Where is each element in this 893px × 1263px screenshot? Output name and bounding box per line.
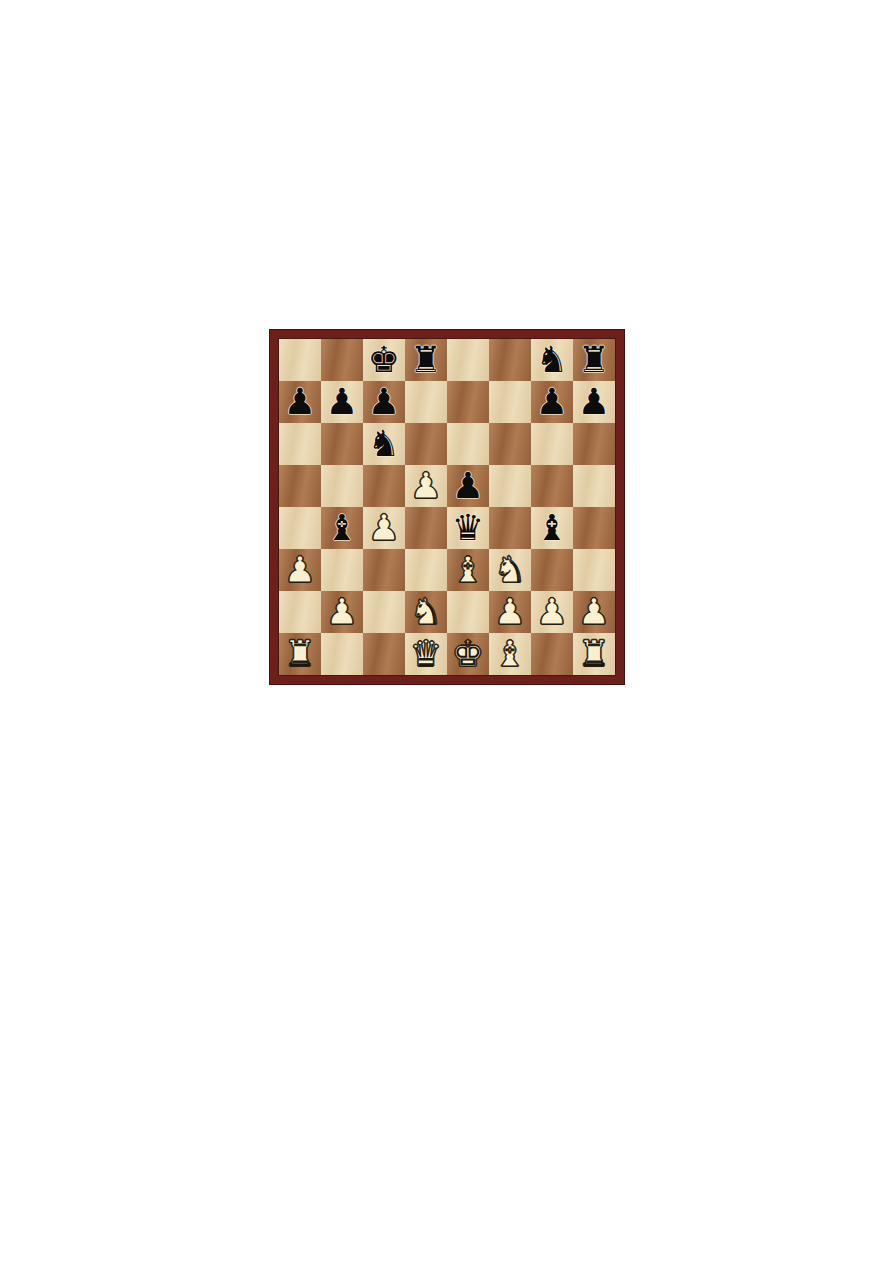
square-e4[interactable]: ♛ — [447, 507, 489, 549]
square-c2[interactable] — [363, 591, 405, 633]
square-d6[interactable] — [405, 423, 447, 465]
square-g7[interactable]: ♟ — [531, 381, 573, 423]
square-h3[interactable] — [573, 549, 615, 591]
square-f2[interactable]: ♟ — [489, 591, 531, 633]
white-pawn-piece: ♟ — [410, 465, 442, 507]
square-b8[interactable] — [321, 339, 363, 381]
square-f7[interactable] — [489, 381, 531, 423]
square-f3[interactable]: ♞ — [489, 549, 531, 591]
square-a4[interactable] — [279, 507, 321, 549]
square-a6[interactable] — [279, 423, 321, 465]
square-g4[interactable]: ♝ — [531, 507, 573, 549]
square-e6[interactable] — [447, 423, 489, 465]
white-knight-piece: ♞ — [410, 591, 442, 633]
square-b5[interactable] — [321, 465, 363, 507]
square-c5[interactable] — [363, 465, 405, 507]
square-c6[interactable]: ♞ — [363, 423, 405, 465]
square-g1[interactable] — [531, 633, 573, 675]
square-e3[interactable]: ♝ — [447, 549, 489, 591]
black-queen-piece: ♛ — [452, 507, 484, 549]
square-e8[interactable] — [447, 339, 489, 381]
black-bishop-piece: ♝ — [536, 507, 568, 549]
white-pawn-piece: ♟ — [284, 549, 316, 591]
white-bishop-piece: ♝ — [494, 633, 526, 675]
square-c7[interactable]: ♟ — [363, 381, 405, 423]
square-a1[interactable]: ♜ — [279, 633, 321, 675]
square-f8[interactable] — [489, 339, 531, 381]
black-pawn-piece: ♟ — [284, 381, 316, 423]
square-d1[interactable]: ♛ — [405, 633, 447, 675]
square-b6[interactable] — [321, 423, 363, 465]
white-pawn-piece: ♟ — [494, 591, 526, 633]
square-b4[interactable]: ♝ — [321, 507, 363, 549]
square-c8[interactable]: ♚ — [363, 339, 405, 381]
black-bishop-piece: ♝ — [326, 507, 358, 549]
white-pawn-piece: ♟ — [578, 591, 610, 633]
square-d7[interactable] — [405, 381, 447, 423]
square-b2[interactable]: ♟ — [321, 591, 363, 633]
white-pawn-piece: ♟ — [536, 591, 568, 633]
white-rook-piece: ♜ — [284, 633, 316, 675]
square-d4[interactable] — [405, 507, 447, 549]
black-knight-piece: ♞ — [368, 423, 400, 465]
square-g2[interactable]: ♟ — [531, 591, 573, 633]
square-d2[interactable]: ♞ — [405, 591, 447, 633]
square-h7[interactable]: ♟ — [573, 381, 615, 423]
square-c4[interactable]: ♟ — [363, 507, 405, 549]
square-b7[interactable]: ♟ — [321, 381, 363, 423]
square-a7[interactable]: ♟ — [279, 381, 321, 423]
square-e1[interactable]: ♚ — [447, 633, 489, 675]
square-c1[interactable] — [363, 633, 405, 675]
square-e5[interactable]: ♟ — [447, 465, 489, 507]
square-f4[interactable] — [489, 507, 531, 549]
square-g3[interactable] — [531, 549, 573, 591]
square-d5[interactable]: ♟ — [405, 465, 447, 507]
page: { "game": "chess", "position": "2kr2nr/p… — [0, 0, 893, 1263]
square-d8[interactable]: ♜ — [405, 339, 447, 381]
square-h5[interactable] — [573, 465, 615, 507]
square-g6[interactable] — [531, 423, 573, 465]
square-c3[interactable] — [363, 549, 405, 591]
square-e2[interactable] — [447, 591, 489, 633]
square-b3[interactable] — [321, 549, 363, 591]
black-rook-piece: ♜ — [578, 339, 610, 381]
square-f5[interactable] — [489, 465, 531, 507]
square-a5[interactable] — [279, 465, 321, 507]
black-pawn-piece: ♟ — [536, 381, 568, 423]
square-h6[interactable] — [573, 423, 615, 465]
square-f1[interactable]: ♝ — [489, 633, 531, 675]
black-king-piece: ♚ — [368, 339, 400, 381]
square-h1[interactable]: ♜ — [573, 633, 615, 675]
square-a8[interactable] — [279, 339, 321, 381]
square-h4[interactable] — [573, 507, 615, 549]
chess-board: ♚♜♞♜♟♟♟♟♟♞♟♟♝♟♛♝♟♝♞♟♞♟♟♟♜♛♚♝♜ — [270, 330, 624, 684]
white-pawn-piece: ♟ — [326, 591, 358, 633]
white-bishop-piece: ♝ — [452, 549, 484, 591]
black-rook-piece: ♜ — [410, 339, 442, 381]
square-a2[interactable] — [279, 591, 321, 633]
white-king-piece: ♚ — [452, 633, 484, 675]
black-pawn-piece: ♟ — [452, 465, 484, 507]
black-knight-piece: ♞ — [536, 339, 568, 381]
black-pawn-piece: ♟ — [326, 381, 358, 423]
square-d3[interactable] — [405, 549, 447, 591]
white-rook-piece: ♜ — [578, 633, 610, 675]
square-b1[interactable] — [321, 633, 363, 675]
black-pawn-piece: ♟ — [368, 381, 400, 423]
square-g5[interactable] — [531, 465, 573, 507]
board-grid: ♚♜♞♜♟♟♟♟♟♞♟♟♝♟♛♝♟♝♞♟♞♟♟♟♜♛♚♝♜ — [279, 339, 615, 675]
black-pawn-piece: ♟ — [578, 381, 610, 423]
square-g8[interactable]: ♞ — [531, 339, 573, 381]
white-pawn-piece: ♟ — [368, 507, 400, 549]
square-a3[interactable]: ♟ — [279, 549, 321, 591]
square-h2[interactable]: ♟ — [573, 591, 615, 633]
white-knight-piece: ♞ — [494, 549, 526, 591]
square-f6[interactable] — [489, 423, 531, 465]
white-queen-piece: ♛ — [410, 633, 442, 675]
square-h8[interactable]: ♜ — [573, 339, 615, 381]
square-e7[interactable] — [447, 381, 489, 423]
